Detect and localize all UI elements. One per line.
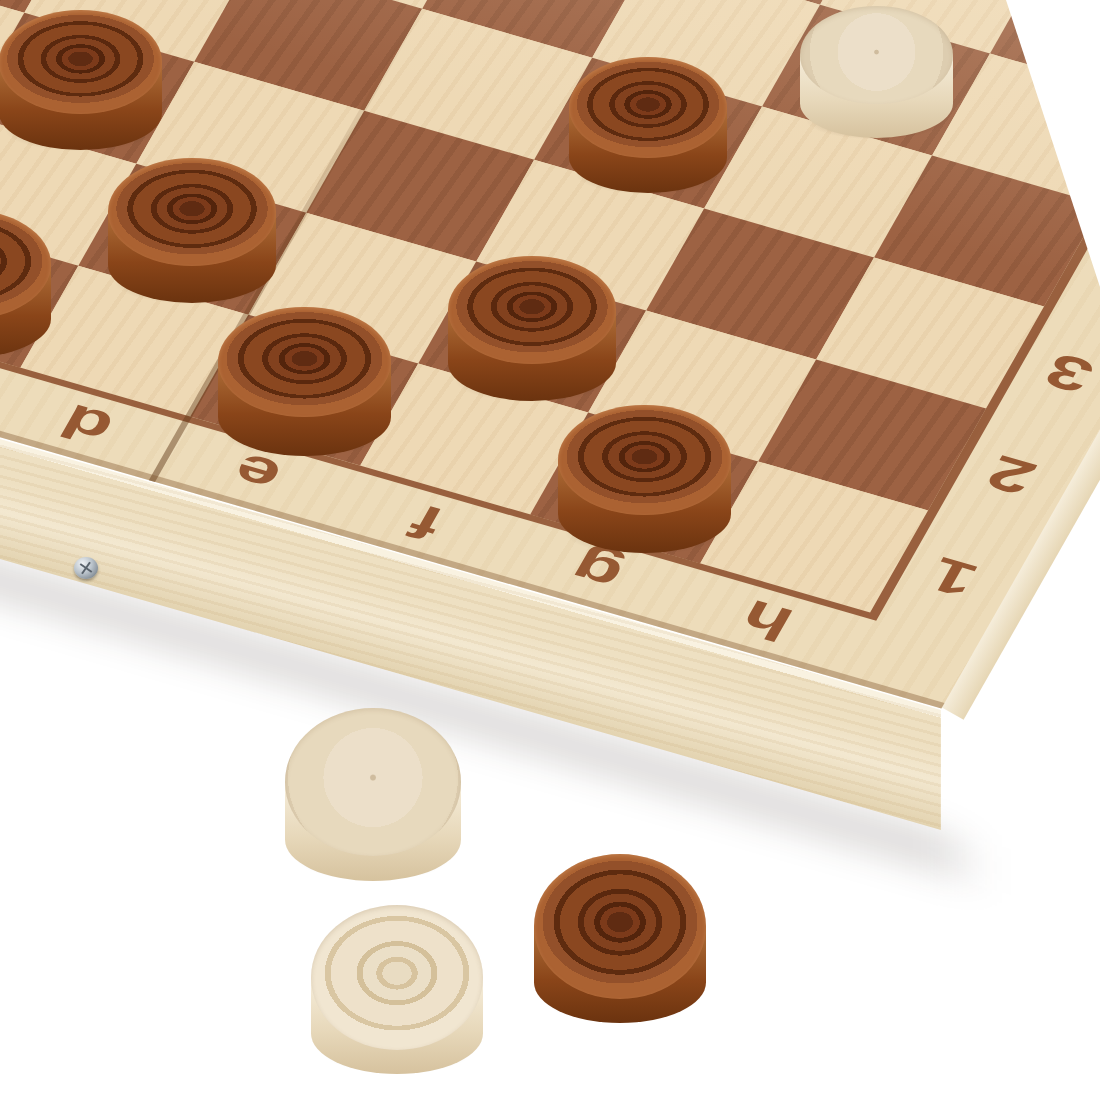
scene: abcdefgh12345678 — [0, 0, 1100, 1100]
piece-top-rings — [108, 158, 276, 266]
piece-top-rings — [311, 905, 483, 1049]
piece-dark-c3[interactable] — [0, 10, 162, 150]
piece-top-rings — [558, 405, 731, 516]
loose-piece-white-rings[interactable] — [311, 905, 483, 1074]
piece-top-plain — [800, 6, 953, 104]
piece-dark-e1[interactable] — [218, 307, 391, 456]
pieces-layer — [0, 0, 1100, 1100]
piece-top-rings — [218, 307, 391, 418]
piece-white-g5[interactable] — [800, 6, 953, 138]
piece-top-rings — [534, 854, 706, 998]
piece-top-rings — [0, 10, 162, 114]
piece-dark-g1[interactable] — [558, 405, 731, 554]
piece-dark-c1[interactable] — [0, 209, 51, 358]
piece-dark-f2[interactable] — [448, 256, 616, 400]
piece-dark-f4[interactable] — [569, 57, 727, 193]
loose-piece-dark-rings[interactable] — [534, 854, 706, 1023]
piece-top-rings — [569, 57, 727, 158]
piece-dark-d2[interactable] — [108, 158, 276, 302]
loose-piece-white-plain[interactable] — [285, 708, 461, 880]
piece-top-rings — [448, 256, 616, 364]
piece-top-plain — [285, 708, 461, 856]
